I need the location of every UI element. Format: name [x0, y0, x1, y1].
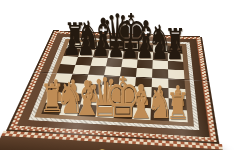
brass-pin-icon — [99, 149, 105, 150]
piece-black-pawn[interactable]: ♟ — [167, 37, 184, 64]
piece-white-rook[interactable]: ♜ — [166, 88, 190, 125]
chess-set-photo: ♜♞♝♛♚♝♞♜♟♟♟♟♟♟♟♟♟♟♟♟♟♟♟♟♜♞♝♛♚♝♞♜ — [0, 0, 240, 150]
